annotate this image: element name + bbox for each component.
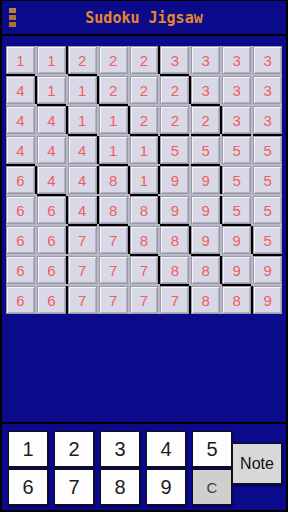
cell-r3c8[interactable]: 3 — [222, 106, 251, 134]
cell-r8c3[interactable]: 7 — [68, 256, 97, 284]
page-title: Sudoku Jigsaw — [85, 9, 202, 27]
cell-r1c9[interactable]: 3 — [253, 46, 282, 74]
menu-dot — [9, 8, 16, 13]
cell-r4c8[interactable]: 5 — [222, 136, 251, 164]
cell-r9c3[interactable]: 7 — [68, 286, 97, 314]
cell-r6c4[interactable]: 8 — [99, 196, 128, 224]
cell-r6c3[interactable]: 4 — [68, 196, 97, 224]
keypad-button-3[interactable]: 3 — [100, 431, 140, 467]
cell-r5c5[interactable]: 1 — [130, 166, 159, 194]
keypad-button-2[interactable]: 2 — [54, 431, 94, 467]
cell-r6c8[interactable]: 5 — [222, 196, 251, 224]
cell-r5c7[interactable]: 9 — [191, 166, 220, 194]
cell-r7c9[interactable]: 5 — [253, 226, 282, 254]
cell-r8c9[interactable]: 9 — [253, 256, 282, 284]
cell-r3c4[interactable]: 1 — [99, 106, 128, 134]
board: 1122233334112223334411222334441155556448… — [6, 46, 282, 314]
keypad-button-9[interactable]: 9 — [146, 469, 186, 505]
cell-r9c6[interactable]: 7 — [160, 286, 189, 314]
keypad-button-7[interactable]: 7 — [54, 469, 94, 505]
cell-r5c2[interactable]: 4 — [37, 166, 66, 194]
cell-r6c6[interactable]: 9 — [160, 196, 189, 224]
cell-r4c9[interactable]: 5 — [253, 136, 282, 164]
cell-r1c6[interactable]: 3 — [160, 46, 189, 74]
keypad-button-6[interactable]: 6 — [8, 469, 48, 505]
cell-r4c4[interactable]: 1 — [99, 136, 128, 164]
cell-r5c1[interactable]: 6 — [6, 166, 35, 194]
cell-r8c2[interactable]: 6 — [37, 256, 66, 284]
cell-r6c9[interactable]: 5 — [253, 196, 282, 224]
cell-r7c5[interactable]: 8 — [130, 226, 159, 254]
cell-r3c9[interactable]: 3 — [253, 106, 282, 134]
cell-r1c4[interactable]: 2 — [99, 46, 128, 74]
cell-r1c5[interactable]: 2 — [130, 46, 159, 74]
cell-r1c2[interactable]: 1 — [37, 46, 66, 74]
cell-r4c6[interactable]: 5 — [160, 136, 189, 164]
cell-r7c6[interactable]: 8 — [160, 226, 189, 254]
cell-r2c3[interactable]: 1 — [68, 76, 97, 104]
keypad-button-1[interactable]: 1 — [8, 431, 48, 467]
menu-icon[interactable] — [9, 8, 16, 27]
cell-r6c7[interactable]: 9 — [191, 196, 220, 224]
cell-r9c8[interactable]: 8 — [222, 286, 251, 314]
cell-r9c2[interactable]: 6 — [37, 286, 66, 314]
cell-r2c2[interactable]: 1 — [37, 76, 66, 104]
keypad: 12345 6789C Note — [2, 422, 286, 510]
cell-r4c2[interactable]: 4 — [37, 136, 66, 164]
cell-r3c7[interactable]: 2 — [191, 106, 220, 134]
cell-r5c6[interactable]: 9 — [160, 166, 189, 194]
cell-r4c5[interactable]: 1 — [130, 136, 159, 164]
cell-r3c5[interactable]: 2 — [130, 106, 159, 134]
cell-r8c7[interactable]: 8 — [191, 256, 220, 284]
cell-r7c8[interactable]: 9 — [222, 226, 251, 254]
cell-r9c4[interactable]: 7 — [99, 286, 128, 314]
cell-r9c7[interactable]: 8 — [191, 286, 220, 314]
cell-r9c1[interactable]: 6 — [6, 286, 35, 314]
cell-r8c6[interactable]: 8 — [160, 256, 189, 284]
menu-dot — [9, 15, 16, 20]
cell-r8c4[interactable]: 7 — [99, 256, 128, 284]
cell-r8c8[interactable]: 9 — [222, 256, 251, 284]
cell-r1c1[interactable]: 1 — [6, 46, 35, 74]
cell-r2c6[interactable]: 2 — [160, 76, 189, 104]
cell-r1c7[interactable]: 3 — [191, 46, 220, 74]
cell-r9c9[interactable]: 9 — [253, 286, 282, 314]
board-area: 1122233334112223334411222334441155556448… — [2, 36, 286, 422]
cell-r7c3[interactable]: 7 — [68, 226, 97, 254]
cell-r4c3[interactable]: 4 — [68, 136, 97, 164]
menu-dot — [9, 22, 16, 27]
app-frame: { "game": "jigsaw-sudoku", "position": "… — [0, 0, 288, 512]
cell-r7c2[interactable]: 6 — [37, 226, 66, 254]
cell-r1c8[interactable]: 3 — [222, 46, 251, 74]
cell-r4c1[interactable]: 4 — [6, 136, 35, 164]
cell-r2c5[interactable]: 2 — [130, 76, 159, 104]
cell-r2c4[interactable]: 2 — [99, 76, 128, 104]
keypad-button-5[interactable]: 5 — [192, 431, 232, 467]
cell-r5c9[interactable]: 5 — [253, 166, 282, 194]
cell-r3c1[interactable]: 4 — [6, 106, 35, 134]
cell-r3c3[interactable]: 1 — [68, 106, 97, 134]
cell-r3c6[interactable]: 2 — [160, 106, 189, 134]
cell-r2c7[interactable]: 3 — [191, 76, 220, 104]
cell-r7c7[interactable]: 9 — [191, 226, 220, 254]
cell-r7c1[interactable]: 6 — [6, 226, 35, 254]
keypad-button-8[interactable]: 8 — [100, 469, 140, 505]
cell-r1c3[interactable]: 2 — [68, 46, 97, 74]
cell-r3c2[interactable]: 4 — [37, 106, 66, 134]
cell-r5c3[interactable]: 4 — [68, 166, 97, 194]
cell-r2c8[interactable]: 3 — [222, 76, 251, 104]
cell-r2c9[interactable]: 3 — [253, 76, 282, 104]
cell-r2c1[interactable]: 4 — [6, 76, 35, 104]
cell-r4c7[interactable]: 5 — [191, 136, 220, 164]
keypad-button-clear[interactable]: C — [192, 469, 232, 505]
cell-r5c8[interactable]: 5 — [222, 166, 251, 194]
note-button[interactable]: Note — [232, 443, 282, 484]
cell-r7c4[interactable]: 7 — [99, 226, 128, 254]
cell-r8c5[interactable]: 7 — [130, 256, 159, 284]
cell-r6c2[interactable]: 6 — [37, 196, 66, 224]
title-bar: Sudoku Jigsaw — [2, 1, 286, 36]
cell-r6c1[interactable]: 6 — [6, 196, 35, 224]
cell-r9c5[interactable]: 7 — [130, 286, 159, 314]
keypad-button-4[interactable]: 4 — [146, 431, 186, 467]
cell-r5c4[interactable]: 8 — [99, 166, 128, 194]
cell-r8c1[interactable]: 6 — [6, 256, 35, 284]
cell-r6c5[interactable]: 8 — [130, 196, 159, 224]
